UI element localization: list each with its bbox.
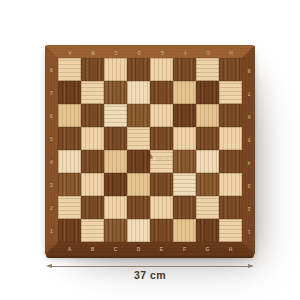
file-label-bottom-b: B xyxy=(91,246,95,251)
square-a3 xyxy=(58,173,81,196)
square-a7 xyxy=(58,81,81,104)
square-e8 xyxy=(150,58,173,81)
square-b5 xyxy=(81,127,104,150)
square-h5 xyxy=(219,127,242,150)
rank-label-right-2: 2 xyxy=(247,205,250,210)
square-h7 xyxy=(219,81,242,104)
square-b7 xyxy=(81,81,104,104)
rank-label-left-6: 6 xyxy=(50,113,53,118)
rank-label-right-7: 7 xyxy=(247,90,250,95)
file-label-bottom-d: D xyxy=(137,246,141,251)
frame-grain-right xyxy=(242,58,255,242)
square-d6 xyxy=(127,104,150,127)
file-label-bottom-f: F xyxy=(183,246,186,251)
arrowhead-right-icon xyxy=(248,264,254,268)
square-f3 xyxy=(173,173,196,196)
square-e6 xyxy=(150,104,173,127)
file-label-top-d: D xyxy=(137,49,141,54)
file-label-bottom-e: E xyxy=(160,246,163,251)
square-b1 xyxy=(81,219,104,242)
square-c1 xyxy=(104,219,127,242)
square-d1 xyxy=(127,219,150,242)
file-label-top-b: B xyxy=(91,49,95,54)
square-h4 xyxy=(219,150,242,173)
square-d8 xyxy=(127,58,150,81)
square-d3 xyxy=(127,173,150,196)
rank-label-left-7: 7 xyxy=(50,90,53,95)
square-f7 xyxy=(173,81,196,104)
square-c2 xyxy=(104,196,127,219)
square-c5 xyxy=(104,127,127,150)
frame-grain-left xyxy=(45,58,58,242)
file-label-bottom-c: C xyxy=(114,246,118,251)
square-f6 xyxy=(173,104,196,127)
frame-grain-top xyxy=(45,45,255,58)
square-a4 xyxy=(58,150,81,173)
board-grid xyxy=(58,58,242,242)
dimension-label: 37 cm xyxy=(0,269,300,281)
square-g5 xyxy=(196,127,219,150)
rank-label-right-3: 3 xyxy=(247,182,250,187)
square-h3 xyxy=(219,173,242,196)
square-b2 xyxy=(81,196,104,219)
square-f5 xyxy=(173,127,196,150)
square-b3 xyxy=(81,173,104,196)
square-a1 xyxy=(58,219,81,242)
square-c3 xyxy=(104,173,127,196)
square-b6 xyxy=(81,104,104,127)
square-e1 xyxy=(150,219,173,242)
chessboard: ♞ mini ABCDEFGHABCDEFGH8765432187654321 xyxy=(45,45,255,255)
rank-label-left-1: 1 xyxy=(50,228,53,233)
file-label-top-f: F xyxy=(183,49,186,54)
square-d7 xyxy=(127,81,150,104)
file-label-top-e: E xyxy=(160,49,163,54)
rank-label-right-5: 5 xyxy=(247,136,250,141)
square-a5 xyxy=(58,127,81,150)
square-a2 xyxy=(58,196,81,219)
rank-label-left-2: 2 xyxy=(50,205,53,210)
square-e5 xyxy=(150,127,173,150)
file-label-bottom-g: G xyxy=(206,246,210,251)
square-e3 xyxy=(150,173,173,196)
square-g8 xyxy=(196,58,219,81)
square-d5 xyxy=(127,127,150,150)
dimension-arrow-bar xyxy=(48,266,252,268)
square-a8 xyxy=(58,58,81,81)
brand-engraving: ♞ mini xyxy=(147,151,172,163)
file-label-bottom-h: H xyxy=(229,246,233,251)
square-g4 xyxy=(196,150,219,173)
board-side-edge xyxy=(46,254,254,258)
square-c6 xyxy=(104,104,127,127)
rank-label-left-5: 5 xyxy=(50,136,53,141)
product-photo: ♞ mini ABCDEFGHABCDEFGH8765432187654321 … xyxy=(0,0,300,300)
square-h1 xyxy=(219,219,242,242)
rank-label-left-3: 3 xyxy=(50,182,53,187)
square-h8 xyxy=(219,58,242,81)
square-h6 xyxy=(219,104,242,127)
rank-label-right-4: 4 xyxy=(247,159,250,164)
rank-label-left-4: 4 xyxy=(50,159,53,164)
knight-logo-icon: ♞ xyxy=(147,153,154,161)
file-label-top-c: C xyxy=(114,49,118,54)
square-c4 xyxy=(104,150,127,173)
square-c8 xyxy=(104,58,127,81)
square-g3 xyxy=(196,173,219,196)
square-h2 xyxy=(219,196,242,219)
square-f1 xyxy=(173,219,196,242)
rank-label-right-8: 8 xyxy=(247,67,250,72)
rank-label-right-6: 6 xyxy=(247,113,250,118)
square-f8 xyxy=(173,58,196,81)
square-a6 xyxy=(58,104,81,127)
square-g6 xyxy=(196,104,219,127)
square-g2 xyxy=(196,196,219,219)
file-label-top-h: H xyxy=(229,49,233,54)
square-d2 xyxy=(127,196,150,219)
file-label-top-a: A xyxy=(68,49,72,54)
square-f4 xyxy=(173,150,196,173)
brand-engraving-text: mini xyxy=(156,154,172,161)
square-b8 xyxy=(81,58,104,81)
square-c7 xyxy=(104,81,127,104)
square-g7 xyxy=(196,81,219,104)
square-f2 xyxy=(173,196,196,219)
rank-label-right-1: 1 xyxy=(247,228,250,233)
file-label-top-g: G xyxy=(206,49,210,54)
square-e7 xyxy=(150,81,173,104)
rank-label-left-8: 8 xyxy=(50,67,53,72)
file-label-bottom-a: A xyxy=(68,246,72,251)
square-b4 xyxy=(81,150,104,173)
square-g1 xyxy=(196,219,219,242)
square-e2 xyxy=(150,196,173,219)
